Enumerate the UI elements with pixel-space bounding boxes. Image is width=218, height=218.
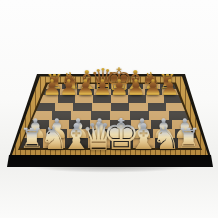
square-g5[interactable] bbox=[148, 103, 167, 111]
square-b5[interactable] bbox=[55, 103, 74, 111]
chess-set-photo: ♜♞♝♛♚♝♞♜♟♟♟♟♟♟♟♟♟♟♟♟♟♟♟♟♜♞♝♛♚♝♞♜ bbox=[0, 0, 218, 218]
piece-black-pawn-h7[interactable]: ♟ bbox=[160, 77, 180, 99]
square-c5[interactable] bbox=[73, 103, 92, 111]
piece-white-rook-h1[interactable]: ♜ bbox=[176, 125, 201, 153]
